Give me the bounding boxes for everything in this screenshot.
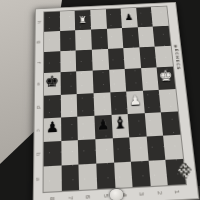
board-cell-g5[interactable] (91, 29, 108, 50)
board-cell-d7[interactable] (60, 94, 77, 118)
board-cell-b1[interactable] (163, 134, 183, 159)
rank-label: 8 (46, 189, 60, 200)
board-cell-a4[interactable] (114, 162, 133, 188)
rank-label: 7 (63, 188, 77, 200)
chess-piece-white-pawn[interactable]: ♟ (129, 94, 142, 108)
board-cell-f7[interactable] (60, 51, 76, 73)
board-cell-h4[interactable] (105, 9, 122, 29)
board-cell-c3[interactable] (128, 113, 147, 137)
chessboard-grid: ♜♟♚♚♟♟♟♝ (44, 6, 186, 191)
chess-piece-black-pawn[interactable]: ♟ (96, 118, 110, 133)
board-cell-h3[interactable]: ♟ (121, 8, 138, 28)
chess-piece-white-king[interactable]: ♚ (158, 69, 174, 85)
board-cell-h2[interactable] (136, 7, 153, 27)
board-cell-d6[interactable] (77, 93, 94, 117)
board-cell-a3[interactable] (131, 161, 150, 187)
photo-stage: ♜♟♚♚♟♟♟♝ 87654321 hgfedcba ◉ÉCHECS (0, 0, 200, 200)
rank-label: 3 (134, 184, 149, 200)
board-cell-a7[interactable] (61, 164, 79, 191)
board-cell-e6[interactable] (76, 71, 93, 94)
chess-piece-black-king[interactable]: ♚ (45, 74, 59, 90)
board-cell-g4[interactable] (107, 28, 124, 49)
board-cell-c5[interactable]: ♟ (94, 115, 112, 139)
chess-piece-black-bishop[interactable]: ♝ (112, 115, 128, 133)
rank-label: 1 (170, 182, 186, 200)
rank-label: 2 (152, 183, 168, 200)
chess-piece-black-pawn[interactable]: ♟ (46, 120, 59, 135)
rank-label: 6 (81, 187, 96, 200)
offboard-white-piece[interactable] (110, 189, 123, 200)
file-label: g (29, 38, 51, 47)
board-cell-b7[interactable] (61, 140, 79, 165)
board-cell-c8[interactable]: ♟ (44, 117, 61, 142)
board-cell-f4[interactable] (108, 48, 125, 70)
board-cell-b4[interactable] (112, 137, 131, 162)
file-label: f (28, 58, 50, 67)
chessboard-wrap: ♜♟♚♚♟♟♟♝ 87654321 hgfedcba ◉ÉCHECS (33, 2, 200, 200)
board-cell-e5[interactable] (93, 70, 110, 93)
board-cell-a5[interactable] (96, 163, 115, 189)
board-cell-f3[interactable] (123, 48, 140, 70)
board-cell-b3[interactable] (129, 136, 148, 161)
board-cell-e8[interactable]: ♚ (44, 73, 61, 96)
board-cell-g6[interactable] (75, 30, 91, 51)
board-cell-e4[interactable] (109, 69, 127, 92)
board-cell-c6[interactable] (78, 115, 96, 139)
file-label: d (28, 102, 51, 112)
board-cell-b6[interactable] (78, 139, 96, 164)
file-labels-left: hgfedcba (34, 12, 44, 192)
chess-piece-black-pawn[interactable]: ♟ (125, 13, 134, 22)
board-cell-g3[interactable] (122, 27, 139, 48)
board-cell-g2[interactable] (138, 27, 155, 48)
chess-piece-white-rook[interactable]: ♜ (78, 15, 87, 24)
board-cell-d4[interactable] (110, 91, 128, 114)
board-cell-f6[interactable] (76, 50, 93, 72)
board-cell-a6[interactable] (79, 163, 97, 189)
board-cell-f5[interactable] (92, 49, 109, 71)
file-label: b (27, 149, 51, 160)
board-cell-e7[interactable] (60, 72, 77, 95)
board-cell-d5[interactable] (93, 92, 111, 116)
chessboard-frame: ♜♟♚♚♟♟♟♝ 87654321 hgfedcba ◉ÉCHECS (33, 2, 200, 200)
board-cell-h6[interactable]: ♜ (75, 10, 91, 30)
board-cell-d3[interactable]: ♟ (126, 90, 144, 113)
board-cell-c7[interactable] (61, 116, 78, 140)
board-cell-b5[interactable] (95, 138, 113, 163)
board-cell-h7[interactable] (60, 11, 76, 31)
file-label: h (29, 18, 51, 27)
board-cell-g1[interactable] (153, 26, 171, 47)
board-cell-g7[interactable] (60, 30, 76, 51)
board-cell-e3[interactable] (125, 69, 143, 92)
board-cell-c4[interactable]: ♝ (111, 114, 129, 138)
file-label: a (26, 174, 51, 185)
board-cell-h5[interactable] (90, 9, 106, 29)
board-cell-h1[interactable] (151, 6, 168, 26)
